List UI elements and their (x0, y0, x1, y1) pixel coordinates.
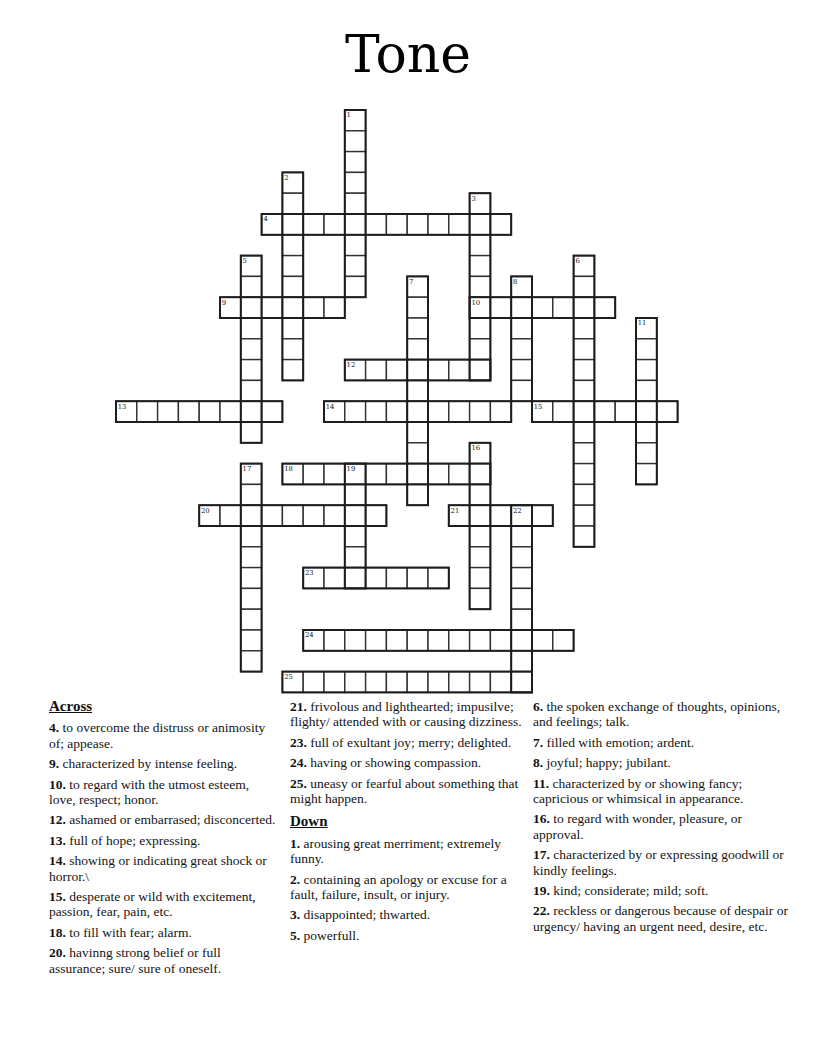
grid-cell (470, 588, 491, 609)
cell-number-1: 1 (347, 111, 351, 119)
grid-cell (282, 505, 303, 526)
grid-cell (511, 526, 532, 547)
cell-number-18: 18 (284, 465, 293, 473)
grid-cell (345, 214, 366, 235)
grid-cell (386, 464, 407, 485)
grid-cell (241, 609, 262, 630)
grid-cell (574, 464, 595, 485)
clue-down-1: 1. arousing great merriment; extremely f… (290, 836, 527, 867)
cell-number-9: 9 (222, 299, 226, 307)
grid-cell (345, 526, 366, 547)
grid-cell (428, 401, 449, 422)
cell-number-21: 21 (451, 507, 460, 515)
grid-cell (532, 630, 553, 651)
grid-cell (386, 214, 407, 235)
cell-number-20: 20 (201, 507, 210, 515)
grid-cell (636, 360, 657, 381)
grid-cell (241, 505, 262, 526)
grid-cell (428, 630, 449, 651)
grid-cell (158, 401, 179, 422)
clue-column-2: 21. frivolous and lighthearted; impusilv… (290, 699, 527, 948)
grid-cell (345, 152, 366, 173)
grid-cell (262, 505, 283, 526)
grid-cell (282, 360, 303, 381)
grid-cell (532, 505, 553, 526)
grid-cell (511, 547, 532, 568)
grid-cell (241, 422, 262, 443)
cell-number-2: 2 (284, 174, 288, 182)
grid-cell (220, 401, 241, 422)
cell-number-22: 22 (513, 507, 522, 515)
grid-cell (262, 401, 283, 422)
grid-cell (470, 276, 491, 297)
grid-cell (324, 568, 345, 589)
grid-cell (366, 505, 387, 526)
grid-cell (366, 360, 387, 381)
grid-cell (470, 526, 491, 547)
grid-cell (407, 568, 428, 589)
grid-cell (241, 401, 262, 422)
grid-cell (574, 505, 595, 526)
clue-number: 6. (533, 699, 543, 714)
grid-cell (345, 568, 366, 589)
grid-cell (407, 214, 428, 235)
clue-number: 9. (49, 756, 59, 771)
clue-down-6: 6. the spoken exchange of thoughts, opin… (533, 699, 791, 730)
clue-number: 17. (533, 847, 550, 862)
grid-cell (345, 235, 366, 256)
grid-cell (241, 526, 262, 547)
grid-cell (407, 464, 428, 485)
grid-cell (470, 235, 491, 256)
grid-cell (241, 547, 262, 568)
clue-number: 25. (290, 776, 307, 791)
crossword-worksheet-page: Tone 49101213141518202123242512356781116… (0, 0, 816, 1056)
cell-number-3: 3 (471, 195, 475, 203)
grid-cell (615, 401, 636, 422)
grid-cell (345, 193, 366, 214)
cell-number-17: 17 (243, 465, 252, 473)
grid-cell (574, 276, 595, 297)
clue-number: 4. (49, 720, 59, 735)
grid-cell (574, 318, 595, 339)
clue-down-7: 7. filled with emotion; ardent. (533, 735, 791, 750)
across-header: Across (49, 699, 279, 714)
cell-number-6: 6 (575, 257, 579, 265)
grid-cell (282, 256, 303, 277)
grid-cell (574, 526, 595, 547)
grid-cell (262, 297, 283, 318)
grid-cell (282, 276, 303, 297)
grid-cell (241, 588, 262, 609)
grid-cell (303, 214, 324, 235)
grid-cell (324, 297, 345, 318)
grid-cell (636, 401, 657, 422)
clue-number: 13. (49, 833, 66, 848)
clue-number: 5. (290, 928, 300, 943)
grid-cell (386, 630, 407, 651)
clue-column-1: Across4. to overcome the distruss or ani… (49, 699, 279, 981)
grid-cell (407, 380, 428, 401)
cell-number-19: 19 (347, 465, 356, 473)
grid-cell (574, 380, 595, 401)
grid-cell (282, 318, 303, 339)
clue-number: 14. (49, 853, 66, 868)
grid-cell (345, 401, 366, 422)
grid-cell (386, 672, 407, 693)
grid-cell (490, 401, 511, 422)
grid-cell (428, 214, 449, 235)
grid-cell (386, 568, 407, 589)
grid-cell (366, 568, 387, 589)
grid-cell (137, 401, 158, 422)
cell-number-13: 13 (118, 403, 127, 411)
cell-number-24: 24 (305, 631, 314, 639)
clue-down-17: 17. characterized by or expressing goodw… (533, 847, 791, 878)
cell-number-5: 5 (243, 257, 247, 265)
grid-cell (490, 214, 511, 235)
grid-cell (241, 297, 262, 318)
grid-cell (470, 214, 491, 235)
grid-cell (282, 235, 303, 256)
down-header: Down (290, 814, 527, 829)
grid-cell (241, 276, 262, 297)
clue-across-9: 9. characterized by intense feeling. (49, 756, 279, 771)
grid-cell (366, 672, 387, 693)
clue-across-25: 25. uneasy or fearful about something th… (290, 776, 527, 807)
grid-cell (449, 214, 470, 235)
grid-cell (511, 360, 532, 381)
grid-cell (511, 672, 532, 693)
clue-number: 3. (290, 907, 300, 922)
clue-across-23: 23. full of exultant joy; merry; delight… (290, 735, 527, 750)
clue-number: 24. (290, 755, 307, 770)
grid-cell (428, 464, 449, 485)
grid-cell (470, 672, 491, 693)
clue-across-24: 24. having or showing compassion. (290, 755, 527, 770)
grid-cell (178, 401, 199, 422)
grid-cell (470, 464, 491, 485)
grid-cell (407, 630, 428, 651)
grid-cell (407, 672, 428, 693)
cell-number-10: 10 (471, 299, 480, 307)
grid-cell (282, 297, 303, 318)
grid-cell (490, 505, 511, 526)
clue-number: 8. (533, 755, 543, 770)
clue-across-13: 13. full of hope; expressing. (49, 833, 279, 848)
grid-cell (428, 672, 449, 693)
cell-number-16: 16 (471, 444, 480, 452)
cell-number-11: 11 (638, 319, 647, 327)
grid-cell (241, 318, 262, 339)
grid-cell (282, 339, 303, 360)
grid-cell (470, 505, 491, 526)
grid-cell (303, 297, 324, 318)
grid-cell (511, 297, 532, 318)
grid-cell (449, 464, 470, 485)
grid-cell (345, 131, 366, 152)
clue-number: 23. (290, 735, 307, 750)
grid-cell (345, 172, 366, 193)
grid-cell (470, 360, 491, 381)
clue-number: 2. (290, 872, 300, 887)
grid-cell (490, 630, 511, 651)
grid-cell (574, 401, 595, 422)
grid-cell (241, 380, 262, 401)
grid-cell (366, 401, 387, 422)
cell-number-7: 7 (409, 278, 413, 286)
clue-number: 22. (533, 903, 550, 918)
grid-cell (366, 464, 387, 485)
clue-down-5: 5. powerfull. (290, 928, 527, 943)
grid-cell (636, 443, 657, 464)
clue-number: 21. (290, 699, 307, 714)
grid-cell (324, 672, 345, 693)
grid-cell (303, 505, 324, 526)
grid-cell (324, 464, 345, 485)
clue-number: 7. (533, 735, 543, 750)
grid-cell (345, 256, 366, 277)
grid-cell (574, 360, 595, 381)
grid-cell (199, 401, 220, 422)
grid-cell (470, 630, 491, 651)
clue-across-20: 20. havinng strong belief or full assura… (49, 945, 279, 976)
cell-number-23: 23 (305, 569, 314, 577)
clue-across-4: 4. to overcome the distruss or animosity… (49, 720, 279, 751)
cell-number-12: 12 (347, 361, 356, 369)
grid-cell (470, 339, 491, 360)
grid-cell (574, 339, 595, 360)
grid-cell (386, 360, 407, 381)
grid-cell (511, 318, 532, 339)
clue-number: 11. (533, 776, 549, 791)
grid-cell (366, 630, 387, 651)
grid-cell (407, 297, 428, 318)
grid-cell (241, 484, 262, 505)
grid-cell (324, 214, 345, 235)
grid-cell (636, 422, 657, 443)
grid-cell (407, 422, 428, 443)
clue-column-3: 6. the spoken exchange of thoughts, opin… (533, 699, 791, 939)
grid-cell (490, 672, 511, 693)
grid-cell (241, 568, 262, 589)
cell-number-15: 15 (534, 403, 543, 411)
grid-cell (407, 318, 428, 339)
grid-cell (636, 464, 657, 485)
grid-cell (574, 443, 595, 464)
clue-number: 1. (290, 836, 300, 851)
grid-cell (511, 651, 532, 672)
grid-cell (470, 568, 491, 589)
grid-cell (407, 484, 428, 505)
grid-cell (511, 588, 532, 609)
grid-cell (241, 339, 262, 360)
clue-number: 12. (49, 812, 66, 827)
clue-down-19: 19. kind; considerate; mild; soft. (533, 883, 791, 898)
cell-number-4: 4 (263, 215, 267, 223)
grid-cell (449, 401, 470, 422)
grid-cell (366, 214, 387, 235)
grid-cell (553, 630, 574, 651)
grid-cell (470, 547, 491, 568)
grid-cell (511, 380, 532, 401)
clue-number: 19. (533, 883, 550, 898)
clue-across-14: 14. showing or indicating great shock or… (49, 853, 279, 884)
grid-cell (511, 568, 532, 589)
clue-number: 18. (49, 925, 66, 940)
grid-cell (553, 401, 574, 422)
grid-cell (470, 256, 491, 277)
clue-across-15: 15. desperate or wild with excitement, p… (49, 889, 279, 920)
grid-cell (470, 318, 491, 339)
grid-cell (345, 630, 366, 651)
clue-across-10: 10. to regard with the utmost esteem, lo… (49, 777, 279, 808)
grid-cell (303, 672, 324, 693)
grid-cell (490, 297, 511, 318)
clue-across-12: 12. ashamed or embarrased; disconcerted. (49, 812, 279, 827)
grid-cell (282, 193, 303, 214)
grid-cell (594, 401, 615, 422)
grid-cell (324, 630, 345, 651)
grid-cell (449, 360, 470, 381)
grid-cell (449, 630, 470, 651)
grid-cell (574, 422, 595, 443)
grid-cell (574, 484, 595, 505)
clue-number: 16. (533, 811, 550, 826)
grid-cell (282, 214, 303, 235)
clue-number: 10. (49, 777, 66, 792)
grid-cell (345, 672, 366, 693)
grid-cell (303, 464, 324, 485)
grid-cell (636, 339, 657, 360)
grid-cell (470, 484, 491, 505)
clue-down-2: 2. containing an apology or excuse for a… (290, 872, 527, 903)
grid-cell (428, 360, 449, 381)
clue-number: 15. (49, 889, 66, 904)
grid-cell (532, 297, 553, 318)
cell-number-8: 8 (513, 278, 517, 286)
grid-cell (636, 380, 657, 401)
grid-cell (241, 360, 262, 381)
grid-cell (241, 651, 262, 672)
grid-cell (345, 484, 366, 505)
grid-cell (407, 360, 428, 381)
grid-cell (345, 505, 366, 526)
grid-cell (511, 609, 532, 630)
grid-cell (407, 401, 428, 422)
grid-cell (345, 547, 366, 568)
clue-across-18: 18. to fill with fear; alarm. (49, 925, 279, 940)
grid-cell (470, 401, 491, 422)
grid-cell (511, 339, 532, 360)
grid-cell (594, 297, 615, 318)
clue-down-11: 11. characterized by or showing fancy; c… (533, 776, 791, 807)
grid-cell (657, 401, 678, 422)
grid-cell (386, 401, 407, 422)
grid-cell (324, 505, 345, 526)
clue-down-8: 8. joyful; happy; jubilant. (533, 755, 791, 770)
cell-number-25: 25 (284, 673, 293, 681)
grid-cell (407, 339, 428, 360)
grid-cell (345, 276, 366, 297)
grid-cell (428, 568, 449, 589)
grid-cell (407, 443, 428, 464)
clue-down-16: 16. to regard with wonder, pleasure, or … (533, 811, 791, 842)
clue-down-22: 22. reckless or dangerous because of des… (533, 903, 791, 934)
grid-cell (574, 297, 595, 318)
grid-cell (553, 297, 574, 318)
clue-number: 20. (49, 945, 66, 960)
grid-cell (511, 630, 532, 651)
cell-number-14: 14 (326, 403, 335, 411)
grid-cell (241, 630, 262, 651)
grid-cell (220, 505, 241, 526)
grid-cell (449, 672, 470, 693)
clue-across-21: 21. frivolous and lighthearted; impusilv… (290, 699, 527, 730)
clue-down-3: 3. disappointed; thwarted. (290, 907, 527, 922)
